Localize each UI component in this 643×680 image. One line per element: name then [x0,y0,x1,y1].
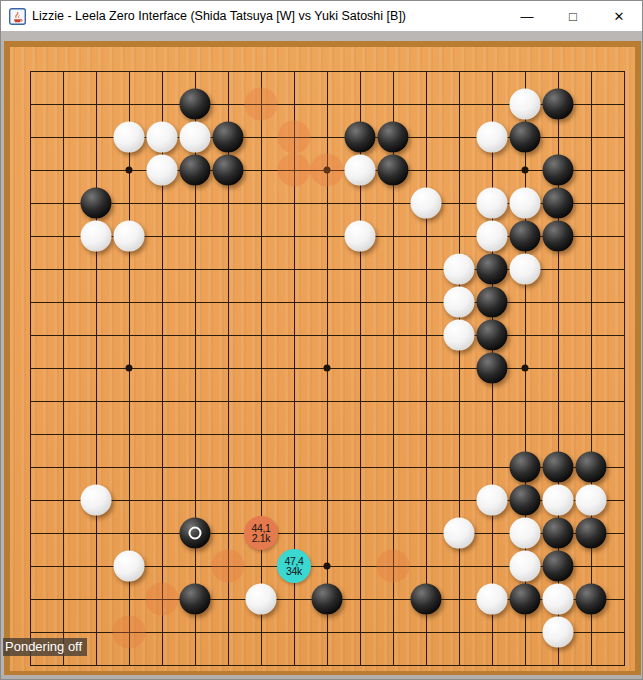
white-stone [543,617,574,648]
black-stone [477,254,508,285]
black-stone [477,320,508,351]
variation-ghost[interactable] [245,88,278,121]
black-stone [543,221,574,252]
black-stone [510,122,541,153]
black-stone [411,584,442,615]
white-stone [147,155,178,186]
black-stone [180,518,211,549]
white-stone [510,551,541,582]
candidate-visits: 2.1k [252,533,271,544]
white-stone [444,254,475,285]
grid-line [30,434,625,435]
white-stone [510,89,541,120]
white-stone [510,188,541,219]
black-stone [543,452,574,483]
white-stone [543,485,574,516]
java-icon [9,8,26,25]
black-stone [477,353,508,384]
white-stone [345,221,376,252]
black-stone [378,155,409,186]
variation-ghost[interactable] [212,550,245,583]
white-stone [411,188,442,219]
black-stone [81,188,112,219]
black-stone [576,518,607,549]
variation-ghost[interactable] [377,550,410,583]
variation-ghost[interactable] [311,154,344,187]
black-stone [543,188,574,219]
white-stone [477,188,508,219]
lizzie-window: Lizzie - Leela Zero Interface (Shida Tat… [0,0,643,680]
variation-ghost[interactable] [278,154,311,187]
last-move-marker [189,527,202,540]
candidate-move[interactable]: 47,434k [277,549,311,583]
black-stone [543,155,574,186]
variation-ghost[interactable] [113,616,146,649]
white-stone [510,518,541,549]
variation-ghost[interactable] [146,583,179,616]
grid-line [426,71,427,666]
white-stone [81,485,112,516]
grid-line [459,71,460,666]
white-stone [444,518,475,549]
white-stone [510,254,541,285]
black-stone [180,155,211,186]
white-stone [477,485,508,516]
black-stone [543,518,574,549]
grid-line [624,71,625,666]
white-stone [114,221,145,252]
grid-line [30,665,625,666]
window-inner-strip [1,31,642,41]
window-bottom-edge [1,675,642,679]
black-stone [345,122,376,153]
black-stone [378,122,409,153]
white-stone [576,485,607,516]
black-stone [510,452,541,483]
maximize-button[interactable]: □ [550,1,596,31]
white-stone [477,221,508,252]
star-point [324,563,331,570]
white-stone [147,122,178,153]
white-stone [444,287,475,318]
white-stone [246,584,277,615]
black-stone [213,155,244,186]
white-stone [81,221,112,252]
candidate-visits: 34k [286,566,302,577]
black-stone [576,584,607,615]
black-stone [477,287,508,318]
window-title: Lizzie - Leela Zero Interface (Shida Tat… [32,9,504,23]
close-button[interactable]: ✕ [596,1,642,31]
black-stone [576,452,607,483]
star-point [126,365,133,372]
star-point [522,167,529,174]
variation-ghost[interactable] [278,121,311,154]
star-point [126,167,133,174]
black-stone [213,122,244,153]
black-stone [180,584,211,615]
black-stone [510,584,541,615]
white-stone [543,584,574,615]
white-stone [477,584,508,615]
black-stone [543,551,574,582]
go-board[interactable]: 44,12.1k47,434k [4,41,641,677]
star-point [522,365,529,372]
white-stone [477,122,508,153]
white-stone [114,122,145,153]
white-stone [114,551,145,582]
white-stone [180,122,211,153]
black-stone [312,584,343,615]
black-stone [180,89,211,120]
candidate-move[interactable]: 44,12.1k [244,516,278,550]
minimize-button[interactable]: — [504,1,550,31]
star-point [324,365,331,372]
grid-line [30,401,625,402]
black-stone [510,221,541,252]
white-stone [444,320,475,351]
title-bar: Lizzie - Leela Zero Interface (Shida Tat… [1,1,642,31]
black-stone [510,485,541,516]
white-stone [345,155,376,186]
pondering-status: Pondering off [3,638,87,656]
black-stone [543,89,574,120]
grid-line [591,71,592,666]
